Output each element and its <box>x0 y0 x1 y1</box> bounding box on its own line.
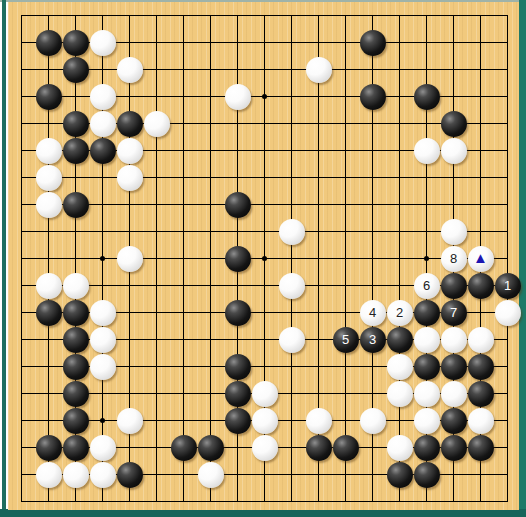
intersection[interactable] <box>116 83 143 110</box>
intersection[interactable] <box>413 191 440 218</box>
intersection[interactable] <box>440 137 467 164</box>
stone-white[interactable] <box>279 273 305 299</box>
intersection[interactable]: 8 <box>440 245 467 272</box>
intersection[interactable] <box>440 29 467 56</box>
stone-white[interactable] <box>306 408 332 434</box>
intersection[interactable] <box>143 83 170 110</box>
intersection[interactable] <box>35 29 62 56</box>
intersection[interactable] <box>170 272 197 299</box>
intersection[interactable] <box>170 29 197 56</box>
intersection[interactable] <box>467 272 494 299</box>
intersection[interactable] <box>440 191 467 218</box>
intersection[interactable] <box>143 461 170 488</box>
intersection[interactable] <box>224 191 251 218</box>
intersection[interactable] <box>332 461 359 488</box>
intersection[interactable]: 5 <box>332 326 359 353</box>
intersection[interactable] <box>197 56 224 83</box>
intersection[interactable] <box>359 272 386 299</box>
intersection[interactable] <box>197 29 224 56</box>
intersection[interactable] <box>467 299 494 326</box>
intersection[interactable] <box>413 299 440 326</box>
stone-white[interactable] <box>90 30 116 56</box>
intersection[interactable] <box>386 2 413 29</box>
intersection[interactable] <box>332 245 359 272</box>
intersection[interactable] <box>251 434 278 461</box>
intersection[interactable] <box>89 191 116 218</box>
intersection[interactable] <box>62 164 89 191</box>
intersection[interactable] <box>224 2 251 29</box>
stone-black[interactable] <box>414 300 440 326</box>
intersection[interactable] <box>89 110 116 137</box>
intersection[interactable] <box>143 299 170 326</box>
intersection[interactable] <box>494 407 521 434</box>
intersection[interactable] <box>332 218 359 245</box>
intersection[interactable] <box>170 353 197 380</box>
intersection[interactable] <box>494 2 521 29</box>
intersection[interactable] <box>8 56 35 83</box>
intersection[interactable] <box>35 137 62 164</box>
intersection[interactable] <box>62 83 89 110</box>
intersection[interactable] <box>359 29 386 56</box>
intersection[interactable] <box>62 272 89 299</box>
stone-white[interactable] <box>387 354 413 380</box>
intersection[interactable] <box>359 137 386 164</box>
intersection[interactable] <box>116 272 143 299</box>
intersection[interactable] <box>170 83 197 110</box>
stone-white[interactable] <box>90 435 116 461</box>
stone-white[interactable] <box>36 273 62 299</box>
intersection[interactable] <box>332 164 359 191</box>
intersection[interactable] <box>224 380 251 407</box>
intersection[interactable] <box>251 272 278 299</box>
intersection[interactable] <box>35 110 62 137</box>
intersection[interactable] <box>494 83 521 110</box>
intersection[interactable] <box>494 56 521 83</box>
intersection[interactable] <box>413 29 440 56</box>
intersection[interactable] <box>386 488 413 515</box>
intersection[interactable] <box>251 191 278 218</box>
intersection[interactable] <box>278 245 305 272</box>
intersection[interactable] <box>305 272 332 299</box>
intersection[interactable] <box>467 461 494 488</box>
intersection[interactable] <box>278 218 305 245</box>
intersection[interactable] <box>278 191 305 218</box>
intersection[interactable] <box>116 191 143 218</box>
intersection[interactable] <box>197 137 224 164</box>
intersection[interactable] <box>143 137 170 164</box>
stone-white[interactable] <box>387 435 413 461</box>
intersection[interactable] <box>305 434 332 461</box>
stone-white[interactable] <box>144 111 170 137</box>
intersection[interactable] <box>170 461 197 488</box>
intersection[interactable] <box>116 299 143 326</box>
stone-white[interactable] <box>441 381 467 407</box>
intersection[interactable] <box>278 272 305 299</box>
stone-black[interactable] <box>36 30 62 56</box>
intersection[interactable] <box>170 245 197 272</box>
stone-black[interactable] <box>63 354 89 380</box>
intersection[interactable] <box>359 164 386 191</box>
intersection[interactable] <box>413 461 440 488</box>
intersection[interactable] <box>89 137 116 164</box>
intersection[interactable] <box>494 29 521 56</box>
intersection[interactable] <box>305 56 332 83</box>
intersection[interactable]: 3 <box>359 326 386 353</box>
intersection[interactable] <box>35 56 62 83</box>
intersection[interactable] <box>386 380 413 407</box>
intersection[interactable] <box>197 326 224 353</box>
intersection[interactable] <box>278 407 305 434</box>
stone-white[interactable] <box>441 327 467 353</box>
intersection[interactable]: 2 <box>386 299 413 326</box>
intersection[interactable] <box>413 245 440 272</box>
intersection[interactable] <box>440 326 467 353</box>
intersection[interactable] <box>62 488 89 515</box>
intersection[interactable] <box>278 434 305 461</box>
intersection[interactable] <box>224 245 251 272</box>
intersection[interactable] <box>305 380 332 407</box>
intersection[interactable] <box>305 2 332 29</box>
stone-black[interactable] <box>468 354 494 380</box>
stone-black[interactable] <box>36 435 62 461</box>
intersection[interactable] <box>35 299 62 326</box>
intersection[interactable] <box>440 2 467 29</box>
intersection[interactable] <box>197 164 224 191</box>
stone-white[interactable] <box>90 84 116 110</box>
intersection[interactable] <box>359 56 386 83</box>
intersection[interactable] <box>197 353 224 380</box>
stone-white[interactable] <box>360 408 386 434</box>
stone-white[interactable]: 6 <box>414 273 440 299</box>
intersection[interactable] <box>116 164 143 191</box>
stone-white[interactable] <box>117 408 143 434</box>
intersection[interactable] <box>332 83 359 110</box>
stone-black[interactable] <box>468 381 494 407</box>
stone-black[interactable] <box>63 381 89 407</box>
stone-black[interactable] <box>441 354 467 380</box>
intersection[interactable] <box>494 461 521 488</box>
intersection[interactable] <box>197 83 224 110</box>
intersection[interactable] <box>413 353 440 380</box>
intersection[interactable] <box>467 218 494 245</box>
intersection[interactable] <box>467 434 494 461</box>
intersection[interactable] <box>305 83 332 110</box>
intersection[interactable] <box>170 2 197 29</box>
intersection[interactable] <box>170 110 197 137</box>
intersection[interactable] <box>35 380 62 407</box>
intersection[interactable] <box>8 380 35 407</box>
intersection[interactable] <box>251 218 278 245</box>
intersection[interactable] <box>467 191 494 218</box>
intersection[interactable] <box>467 56 494 83</box>
intersection[interactable] <box>386 407 413 434</box>
intersection[interactable] <box>143 110 170 137</box>
stone-white[interactable] <box>414 381 440 407</box>
intersection[interactable] <box>89 380 116 407</box>
intersection[interactable] <box>170 137 197 164</box>
stone-white[interactable] <box>414 408 440 434</box>
stone-black[interactable] <box>63 138 89 164</box>
stone-white[interactable] <box>279 327 305 353</box>
intersection[interactable] <box>359 461 386 488</box>
intersection[interactable] <box>386 56 413 83</box>
intersection[interactable] <box>494 326 521 353</box>
intersection[interactable] <box>386 326 413 353</box>
intersection[interactable] <box>251 299 278 326</box>
intersection[interactable] <box>8 191 35 218</box>
stone-black[interactable] <box>441 408 467 434</box>
intersection[interactable] <box>386 461 413 488</box>
intersection[interactable] <box>332 407 359 434</box>
intersection[interactable] <box>278 164 305 191</box>
intersection[interactable] <box>305 137 332 164</box>
intersection[interactable] <box>116 56 143 83</box>
intersection[interactable] <box>386 353 413 380</box>
intersection-grid[interactable]: 8▲6142753 <box>8 2 521 515</box>
intersection[interactable] <box>89 164 116 191</box>
intersection[interactable] <box>467 83 494 110</box>
intersection[interactable] <box>440 461 467 488</box>
intersection[interactable] <box>197 299 224 326</box>
stone-white[interactable]: ▲ <box>468 246 494 272</box>
intersection[interactable] <box>62 56 89 83</box>
intersection[interactable] <box>143 29 170 56</box>
intersection[interactable] <box>251 29 278 56</box>
intersection[interactable] <box>89 407 116 434</box>
stone-black[interactable] <box>225 246 251 272</box>
intersection[interactable] <box>35 2 62 29</box>
stone-white[interactable] <box>63 273 89 299</box>
intersection[interactable] <box>278 2 305 29</box>
intersection[interactable] <box>305 353 332 380</box>
intersection[interactable] <box>494 488 521 515</box>
stone-white[interactable] <box>441 138 467 164</box>
intersection[interactable] <box>467 137 494 164</box>
intersection[interactable] <box>116 461 143 488</box>
stone-black[interactable] <box>63 327 89 353</box>
intersection[interactable] <box>278 353 305 380</box>
stone-black[interactable] <box>63 57 89 83</box>
stone-black[interactable]: 3 <box>360 327 386 353</box>
intersection[interactable] <box>494 218 521 245</box>
intersection[interactable] <box>332 2 359 29</box>
intersection[interactable] <box>8 83 35 110</box>
stone-white[interactable] <box>495 300 521 326</box>
intersection[interactable] <box>494 353 521 380</box>
intersection[interactable] <box>332 191 359 218</box>
stone-black[interactable] <box>387 462 413 488</box>
stone-white[interactable] <box>117 138 143 164</box>
intersection[interactable] <box>467 110 494 137</box>
stone-white[interactable] <box>36 462 62 488</box>
intersection[interactable] <box>332 137 359 164</box>
intersection[interactable] <box>440 353 467 380</box>
intersection[interactable] <box>305 488 332 515</box>
stone-white[interactable] <box>90 300 116 326</box>
goban[interactable]: 8▲6142753 <box>8 2 519 510</box>
intersection[interactable] <box>278 299 305 326</box>
intersection[interactable] <box>170 299 197 326</box>
intersection[interactable] <box>251 137 278 164</box>
stone-white[interactable] <box>198 462 224 488</box>
stone-white[interactable]: 4 <box>360 300 386 326</box>
intersection[interactable] <box>35 272 62 299</box>
intersection[interactable]: ▲ <box>467 245 494 272</box>
intersection[interactable] <box>251 56 278 83</box>
intersection[interactable] <box>278 380 305 407</box>
intersection[interactable] <box>116 326 143 353</box>
intersection[interactable] <box>386 272 413 299</box>
intersection[interactable] <box>251 164 278 191</box>
intersection[interactable] <box>467 407 494 434</box>
intersection[interactable] <box>413 218 440 245</box>
intersection[interactable] <box>8 272 35 299</box>
stone-white[interactable] <box>36 165 62 191</box>
stone-black[interactable] <box>387 327 413 353</box>
intersection[interactable] <box>62 110 89 137</box>
intersection[interactable] <box>170 164 197 191</box>
intersection[interactable] <box>62 461 89 488</box>
intersection[interactable] <box>8 299 35 326</box>
intersection[interactable] <box>35 488 62 515</box>
intersection[interactable] <box>278 110 305 137</box>
intersection[interactable] <box>305 218 332 245</box>
intersection[interactable] <box>89 326 116 353</box>
stone-white[interactable] <box>90 462 116 488</box>
stone-black[interactable] <box>63 408 89 434</box>
intersection[interactable] <box>413 434 440 461</box>
intersection[interactable] <box>62 29 89 56</box>
intersection[interactable] <box>224 407 251 434</box>
stone-black[interactable] <box>441 111 467 137</box>
intersection[interactable] <box>143 434 170 461</box>
intersection[interactable] <box>143 326 170 353</box>
intersection[interactable] <box>278 488 305 515</box>
intersection[interactable] <box>224 56 251 83</box>
intersection[interactable] <box>305 245 332 272</box>
intersection[interactable] <box>8 407 35 434</box>
intersection[interactable] <box>413 110 440 137</box>
intersection[interactable] <box>359 191 386 218</box>
stone-black[interactable] <box>414 435 440 461</box>
intersection[interactable] <box>62 353 89 380</box>
intersection[interactable] <box>35 326 62 353</box>
intersection[interactable] <box>332 434 359 461</box>
intersection[interactable] <box>494 191 521 218</box>
intersection[interactable] <box>143 407 170 434</box>
intersection[interactable] <box>494 380 521 407</box>
stone-black[interactable] <box>198 435 224 461</box>
stone-white[interactable] <box>90 354 116 380</box>
intersection[interactable] <box>440 272 467 299</box>
intersection[interactable]: 1 <box>494 272 521 299</box>
intersection[interactable] <box>440 407 467 434</box>
stone-black[interactable] <box>414 84 440 110</box>
intersection[interactable] <box>332 29 359 56</box>
intersection[interactable] <box>305 461 332 488</box>
intersection[interactable] <box>8 218 35 245</box>
intersection[interactable] <box>386 164 413 191</box>
intersection[interactable] <box>224 110 251 137</box>
stone-white[interactable] <box>252 408 278 434</box>
intersection[interactable] <box>197 488 224 515</box>
intersection[interactable] <box>224 326 251 353</box>
intersection[interactable] <box>305 191 332 218</box>
intersection[interactable] <box>359 218 386 245</box>
intersection[interactable] <box>8 353 35 380</box>
intersection[interactable] <box>224 137 251 164</box>
intersection[interactable] <box>359 488 386 515</box>
intersection[interactable] <box>305 110 332 137</box>
intersection[interactable] <box>35 83 62 110</box>
intersection[interactable] <box>8 326 35 353</box>
intersection[interactable] <box>8 245 35 272</box>
intersection[interactable] <box>62 218 89 245</box>
intersection[interactable] <box>251 326 278 353</box>
intersection[interactable] <box>143 56 170 83</box>
intersection[interactable] <box>35 191 62 218</box>
intersection[interactable] <box>116 434 143 461</box>
stone-black[interactable] <box>63 111 89 137</box>
stone-white[interactable]: 2 <box>387 300 413 326</box>
intersection[interactable] <box>224 434 251 461</box>
intersection[interactable] <box>143 191 170 218</box>
stone-white[interactable] <box>117 246 143 272</box>
stone-white[interactable] <box>36 138 62 164</box>
intersection[interactable] <box>89 461 116 488</box>
stone-black[interactable] <box>468 273 494 299</box>
stone-white[interactable] <box>225 84 251 110</box>
stone-white[interactable]: 8 <box>441 246 467 272</box>
intersection[interactable] <box>278 326 305 353</box>
stone-black[interactable] <box>225 192 251 218</box>
intersection[interactable] <box>494 245 521 272</box>
intersection[interactable] <box>170 380 197 407</box>
intersection[interactable] <box>224 83 251 110</box>
stone-black[interactable]: 7 <box>441 300 467 326</box>
intersection[interactable] <box>440 488 467 515</box>
intersection[interactable] <box>251 407 278 434</box>
stone-white[interactable] <box>414 138 440 164</box>
intersection[interactable] <box>359 380 386 407</box>
intersection[interactable] <box>224 272 251 299</box>
intersection[interactable] <box>386 245 413 272</box>
intersection[interactable] <box>413 407 440 434</box>
intersection[interactable] <box>197 218 224 245</box>
intersection[interactable] <box>359 110 386 137</box>
intersection[interactable] <box>8 461 35 488</box>
intersection[interactable] <box>143 245 170 272</box>
intersection[interactable] <box>8 2 35 29</box>
intersection[interactable] <box>440 83 467 110</box>
intersection[interactable] <box>89 218 116 245</box>
intersection[interactable] <box>197 191 224 218</box>
stone-white[interactable] <box>36 192 62 218</box>
intersection[interactable] <box>116 380 143 407</box>
intersection[interactable] <box>305 407 332 434</box>
intersection[interactable] <box>35 434 62 461</box>
stone-black[interactable]: 1 <box>495 273 521 299</box>
intersection[interactable] <box>494 299 521 326</box>
intersection[interactable] <box>386 218 413 245</box>
intersection[interactable] <box>359 434 386 461</box>
stone-black[interactable] <box>468 435 494 461</box>
intersection[interactable] <box>440 56 467 83</box>
intersection[interactable] <box>62 137 89 164</box>
intersection[interactable] <box>8 164 35 191</box>
intersection[interactable] <box>89 299 116 326</box>
intersection[interactable]: 6 <box>413 272 440 299</box>
